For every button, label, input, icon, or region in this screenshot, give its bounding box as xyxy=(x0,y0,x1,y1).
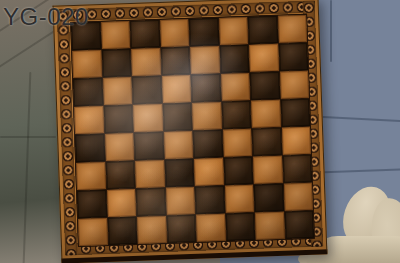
board-square xyxy=(251,100,280,128)
board-square xyxy=(250,72,279,100)
board-square xyxy=(222,101,251,129)
board-square xyxy=(72,50,101,78)
board-square xyxy=(107,189,136,217)
board-square xyxy=(102,49,131,77)
board-square xyxy=(108,217,137,245)
board-square xyxy=(254,184,283,212)
board-square xyxy=(221,73,250,101)
board-square xyxy=(162,75,191,103)
board-square xyxy=(225,213,254,241)
board-square xyxy=(190,46,219,74)
board-square xyxy=(163,103,192,131)
board-square xyxy=(219,17,248,45)
board-square xyxy=(255,212,284,240)
board-grid xyxy=(70,14,315,247)
board-square xyxy=(75,134,104,162)
board-square xyxy=(161,47,190,75)
board-square xyxy=(252,128,281,156)
board-square xyxy=(104,105,133,133)
board-square xyxy=(165,159,194,187)
board-square xyxy=(73,78,102,106)
board-square xyxy=(191,74,220,102)
board-square xyxy=(76,162,105,190)
board-square xyxy=(160,19,189,47)
quilt-seam xyxy=(0,136,56,138)
board-square xyxy=(78,218,107,246)
board-square xyxy=(105,133,134,161)
board-square xyxy=(164,131,193,159)
board-square xyxy=(192,102,221,130)
board-square xyxy=(133,104,162,132)
board-square xyxy=(249,44,278,72)
board-square xyxy=(106,161,135,189)
board-square xyxy=(135,160,164,188)
quilt-seam xyxy=(322,116,400,122)
board-square xyxy=(224,185,253,213)
board-square xyxy=(136,188,165,216)
board-square xyxy=(189,18,218,46)
board-square xyxy=(77,190,106,218)
board-square xyxy=(282,155,311,183)
board-square xyxy=(194,158,223,186)
catalog-label: YG-020 xyxy=(3,4,89,30)
board-square xyxy=(248,16,277,44)
board-square xyxy=(196,214,225,242)
photo-scene: YG-020 xyxy=(0,0,400,263)
board-square xyxy=(279,43,308,71)
board-square xyxy=(281,99,310,127)
board-square xyxy=(223,129,252,157)
board-square xyxy=(223,157,252,185)
quilt-seam xyxy=(23,72,32,263)
board-square xyxy=(130,20,159,48)
board-square xyxy=(253,156,282,184)
quilt-seam xyxy=(330,0,332,62)
board-square xyxy=(284,211,313,239)
board-square xyxy=(131,48,160,76)
game-board xyxy=(53,0,328,263)
board-square xyxy=(193,130,222,158)
board-square xyxy=(281,127,310,155)
quilt-seam xyxy=(316,168,400,173)
board-square xyxy=(195,186,224,214)
board-square xyxy=(278,15,307,43)
board-square xyxy=(280,71,309,99)
board-square xyxy=(166,187,195,215)
board-square xyxy=(132,76,161,104)
board-square xyxy=(166,215,195,243)
board-square xyxy=(74,106,103,134)
board-square xyxy=(137,216,166,244)
board-square xyxy=(103,77,132,105)
board-square xyxy=(283,183,312,211)
board-square xyxy=(134,132,163,160)
board-square xyxy=(101,21,130,49)
board-square xyxy=(220,45,249,73)
